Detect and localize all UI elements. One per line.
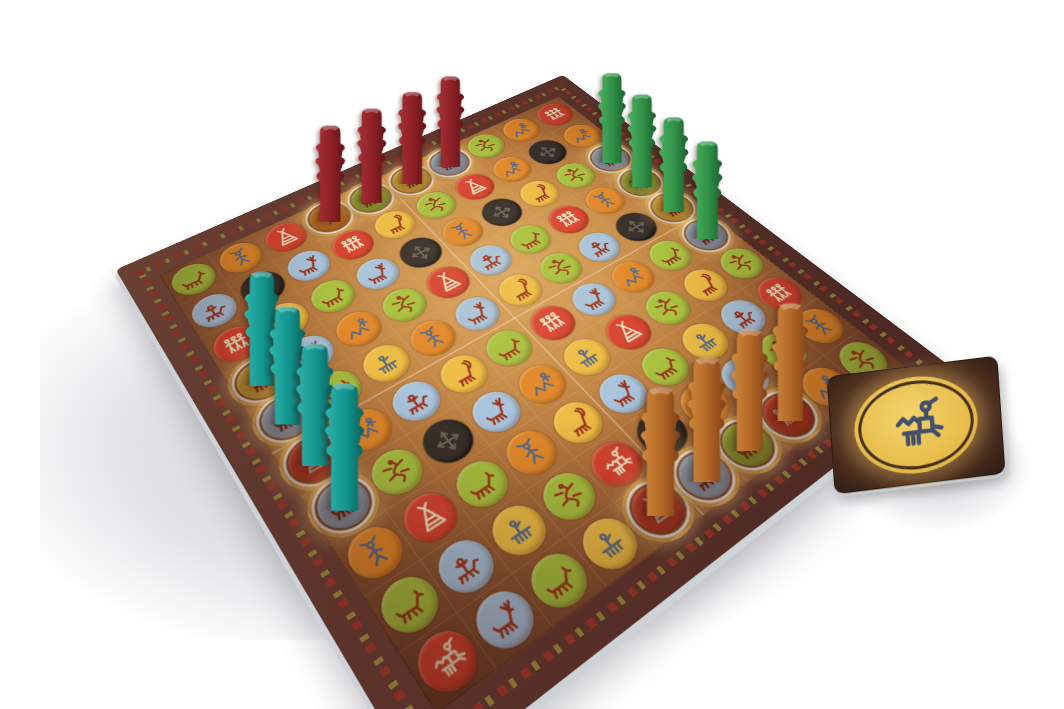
lizard-icon <box>558 164 594 188</box>
clan-icon <box>550 207 588 233</box>
red-totem[interactable] <box>433 70 469 168</box>
arrows-icon <box>530 141 565 163</box>
arrows-icon <box>483 200 520 226</box>
lizard-icon <box>373 451 421 494</box>
shaman-icon <box>443 219 481 246</box>
elk-icon <box>555 403 602 442</box>
clan-icon <box>538 104 572 124</box>
deer-icon <box>478 593 533 647</box>
horse-icon <box>533 555 586 606</box>
thunderbird-icon <box>885 392 947 457</box>
elk-icon <box>377 211 414 237</box>
red-totem[interactable] <box>354 102 391 204</box>
sledge-icon <box>365 346 408 381</box>
teal-totem[interactable] <box>319 376 369 514</box>
shaman-icon <box>412 321 454 354</box>
spirit-card[interactable] <box>827 356 1006 495</box>
shaman-icon <box>508 432 556 473</box>
horse-icon <box>650 241 690 269</box>
shaman-icon <box>349 529 400 578</box>
horse-icon <box>511 226 550 253</box>
gatherer-icon <box>612 262 653 291</box>
sledge-icon <box>494 507 545 554</box>
lizard-icon <box>384 289 425 320</box>
elk-icon <box>685 270 726 300</box>
lizard-icon <box>541 254 581 283</box>
tipi-icon <box>429 267 469 297</box>
horse-icon <box>313 281 353 312</box>
arrows-icon <box>425 421 472 461</box>
rider-icon <box>471 246 510 274</box>
sledge-icon <box>585 520 637 568</box>
gatherer-icon <box>338 312 380 345</box>
card-sun-disc <box>851 369 981 480</box>
thunderbird-icon <box>419 633 475 691</box>
arrows-icon <box>402 238 441 266</box>
clan-icon <box>531 307 573 339</box>
photo-background: { "game": { "name": "Totem", "type": "fo… <box>0 0 1064 709</box>
orange-totem[interactable] <box>636 380 686 518</box>
red-totem[interactable] <box>394 86 430 186</box>
orange-totem[interactable] <box>682 350 731 484</box>
horse-icon <box>488 331 531 365</box>
deer-icon <box>358 259 397 288</box>
elk-icon <box>521 181 558 206</box>
rider-icon <box>394 382 439 420</box>
shaman-icon <box>587 188 624 213</box>
tipi-icon <box>607 315 650 348</box>
gatherer-icon <box>494 157 530 180</box>
horse-icon <box>458 462 507 506</box>
rider-icon <box>440 542 492 592</box>
deer-icon <box>457 298 499 330</box>
rider-icon <box>580 233 619 261</box>
horse-icon <box>383 579 436 632</box>
board-scene <box>0 0 1010 709</box>
orange-totem[interactable] <box>726 323 773 454</box>
elk-icon <box>442 356 486 392</box>
disc-yellow-sledge[interactable] <box>554 332 618 383</box>
deer-icon <box>573 284 615 315</box>
rider-icon <box>194 295 234 327</box>
green-totem[interactable] <box>655 111 692 214</box>
clan-icon <box>334 231 372 259</box>
deer-icon <box>474 392 520 430</box>
gatherer-icon <box>520 365 565 401</box>
disc-orange-shaman[interactable] <box>402 314 464 363</box>
thunderbird-icon <box>593 443 642 485</box>
orange-totem[interactable] <box>767 296 813 423</box>
lizard-icon <box>545 474 595 518</box>
disc-yellow-elk[interactable] <box>675 263 736 307</box>
lizard-icon <box>417 193 454 218</box>
tipi-icon <box>457 175 493 199</box>
lizard-icon <box>647 292 689 323</box>
tipi-icon <box>405 494 455 540</box>
gatherer-icon <box>504 119 538 140</box>
elk-icon <box>500 275 541 305</box>
red-totem[interactable] <box>312 119 350 223</box>
lizard-icon <box>721 249 762 278</box>
lizard-icon <box>469 135 504 157</box>
green-totem[interactable] <box>688 135 727 241</box>
board-grid <box>159 96 904 709</box>
sledge-icon <box>565 340 609 375</box>
tipi-icon <box>267 223 304 250</box>
arrows-icon <box>618 214 657 241</box>
deer-icon <box>289 251 328 280</box>
horse-icon <box>174 264 213 294</box>
playing-field <box>159 96 904 709</box>
